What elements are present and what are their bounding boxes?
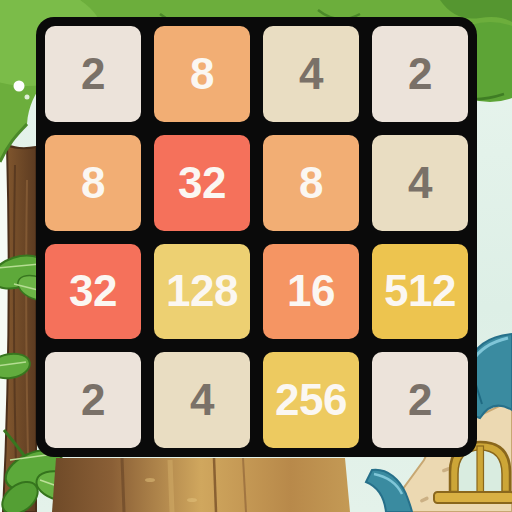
tile-r2c1: 8	[45, 135, 141, 231]
tile-r4c2: 4	[154, 352, 250, 448]
tile-r1c2: 8	[154, 26, 250, 122]
tree-trunk-bottom	[52, 458, 350, 512]
tile-r3c3: 16	[263, 244, 359, 340]
tile-r3c1: 32	[45, 244, 141, 340]
tile-r1c1: 2	[45, 26, 141, 122]
board-2048[interactable]: 2842832843212816512242562	[36, 17, 477, 457]
tile-r4c3: 256	[263, 352, 359, 448]
tile-r3c2: 128	[154, 244, 250, 340]
game-screen: 2842832843212816512242562	[0, 0, 512, 512]
tile-r4c1: 2	[45, 352, 141, 448]
tile-r1c4: 2	[372, 26, 468, 122]
tile-r4c4: 2	[372, 352, 468, 448]
tile-r2c3: 8	[263, 135, 359, 231]
tile-r2c4: 4	[372, 135, 468, 231]
tile-r1c3: 4	[263, 26, 359, 122]
tile-r3c4: 512	[372, 244, 468, 340]
tile-r2c2: 32	[154, 135, 250, 231]
